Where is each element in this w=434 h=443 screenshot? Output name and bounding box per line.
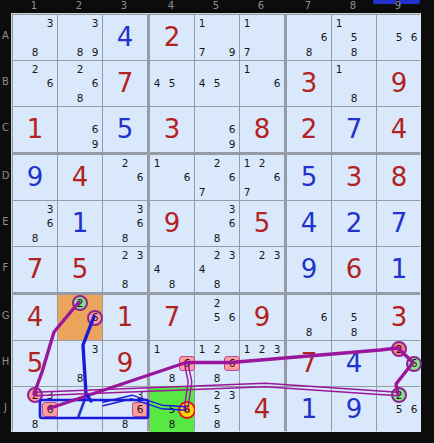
row-label-B: B xyxy=(0,76,11,88)
given-digit-D9: 8 xyxy=(377,155,421,200)
col-label-7: 7 xyxy=(286,0,330,12)
candidate-H4-6: 6 xyxy=(180,357,194,370)
cell-F5[interactable]: 2348 xyxy=(195,247,239,292)
cell-C8[interactable]: 7 xyxy=(332,107,376,152)
cell-H2[interactable]: 38 xyxy=(58,341,102,386)
candidate-H2-8: 8 xyxy=(73,372,87,385)
given-digit-D8: 3 xyxy=(332,155,376,200)
candidate-B6-1: 1 xyxy=(240,63,254,76)
row-label-A: A xyxy=(0,30,11,42)
cell-B6[interactable]: 16 xyxy=(240,61,284,106)
candidate-J9-6: 6 xyxy=(407,403,421,416)
solved-digit-C8: 7 xyxy=(332,107,376,152)
solved-digit-J7: 1 xyxy=(287,387,331,432)
candidate-J9-2: 2 xyxy=(392,389,406,402)
cell-A3[interactable]: 4 xyxy=(103,15,147,60)
candidate-A8-5: 5 xyxy=(347,31,361,44)
candidate-F3-2: 2 xyxy=(118,249,132,262)
candidate-F5-3: 3 xyxy=(225,249,239,262)
cell-G1[interactable]: 4 xyxy=(13,295,57,340)
given-digit-F2: 5 xyxy=(58,247,102,292)
given-digit-C4: 3 xyxy=(150,107,194,152)
candidate-E1-6: 6 xyxy=(43,217,57,230)
candidate-G8-5: 5 xyxy=(347,311,361,324)
candidate-G7-8: 8 xyxy=(302,326,316,339)
candidate-H6-3: 3 xyxy=(270,343,284,356)
col-label-2: 2 xyxy=(57,0,101,12)
cell-A4[interactable]: 2 xyxy=(150,15,194,60)
candidate-H5-2: 2 xyxy=(210,343,224,356)
candidate-D4-6: 6 xyxy=(180,171,194,184)
candidate-F4-8: 8 xyxy=(165,278,179,291)
candidate-D6-7: 7 xyxy=(240,186,254,199)
candidate-H6-1: 1 xyxy=(240,343,254,356)
candidate-D5-7: 7 xyxy=(195,186,209,199)
given-digit-H1: 5 xyxy=(13,341,57,386)
candidate-B2-2: 2 xyxy=(73,63,87,76)
candidate-E5-8: 8 xyxy=(210,232,224,245)
candidate-B5-4: 4 xyxy=(195,77,209,90)
cell-D1[interactable]: 9 xyxy=(13,155,57,200)
cell-G5[interactable]: 256 xyxy=(195,295,239,340)
row-label-J: J xyxy=(0,402,11,414)
candidate-A6-1: 1 xyxy=(240,17,254,30)
solved-digit-C3: 5 xyxy=(103,107,147,152)
col-label-9: 9 xyxy=(376,0,420,12)
cell-E4[interactable]: 9 xyxy=(150,201,194,246)
candidate-D5-6: 6 xyxy=(225,171,239,184)
row-label-F: F xyxy=(0,262,11,274)
cell-E2[interactable]: 1 xyxy=(58,201,102,246)
cell-B9[interactable]: 9 xyxy=(377,61,421,106)
given-digit-B7: 3 xyxy=(287,61,331,106)
cell-D7[interactable]: 5 xyxy=(287,155,331,200)
cell-E1[interactable]: 368 xyxy=(13,201,57,246)
cell-A1[interactable]: 38 xyxy=(13,15,57,60)
candidate-J4-6: 6 xyxy=(180,403,194,416)
sudoku-app: 123456789 ABCDEFGHJ 38389421791768158562… xyxy=(0,0,434,443)
cell-J9[interactable]: 256 xyxy=(377,387,421,432)
cell-G8[interactable]: 58 xyxy=(332,295,376,340)
cell-J4[interactable]: 568 xyxy=(150,387,194,432)
candidate-J5-3: 3 xyxy=(225,389,239,402)
cell-F9[interactable]: 1 xyxy=(377,247,421,292)
given-digit-J6: 4 xyxy=(240,387,284,432)
candidate-A1-8: 8 xyxy=(28,46,42,59)
candidate-E5-3: 3 xyxy=(225,203,239,216)
cell-B8[interactable]: 18 xyxy=(332,61,376,106)
candidate-E5-6: 6 xyxy=(225,217,239,230)
candidate-A2-8: 8 xyxy=(73,46,87,59)
cell-E3[interactable]: 368 xyxy=(103,201,147,246)
cell-E6[interactable]: 5 xyxy=(240,201,284,246)
candidate-J1-8: 8 xyxy=(28,418,42,431)
cell-E8[interactable]: 2 xyxy=(332,201,376,246)
candidate-H2-3: 3 xyxy=(88,343,102,356)
candidate-F5-8: 8 xyxy=(210,278,224,291)
solved-digit-H8: 4 xyxy=(332,341,376,386)
candidate-A2-3: 3 xyxy=(88,17,102,30)
given-digit-C9: 4 xyxy=(377,107,421,152)
given-digit-C6: 8 xyxy=(240,107,284,152)
candidate-B1-2: 2 xyxy=(28,63,42,76)
candidate-F6-2: 2 xyxy=(255,249,269,262)
candidate-A6-7: 7 xyxy=(240,46,254,59)
given-digit-A4: 2 xyxy=(150,15,194,60)
candidate-J1-2: 2 xyxy=(28,389,42,402)
cell-A5[interactable]: 179 xyxy=(195,15,239,60)
cell-D4[interactable]: 16 xyxy=(150,155,194,200)
candidate-C5-6: 6 xyxy=(225,123,239,136)
candidate-A5-1: 1 xyxy=(195,17,209,30)
solved-digit-E7: 4 xyxy=(287,201,331,246)
row-label-H: H xyxy=(0,356,11,368)
candidate-G5-2: 2 xyxy=(210,297,224,310)
solved-digit-D7: 5 xyxy=(287,155,331,200)
cell-D2[interactable]: 4 xyxy=(58,155,102,200)
candidate-J3-8: 8 xyxy=(118,418,132,431)
cell-B3[interactable]: 7 xyxy=(103,61,147,106)
col-label-1: 1 xyxy=(12,0,56,12)
candidate-G8-8: 8 xyxy=(347,326,361,339)
candidate-E3-8: 8 xyxy=(118,232,132,245)
cell-G9[interactable]: 3 xyxy=(377,295,421,340)
cell-B4[interactable]: 45 xyxy=(150,61,194,106)
given-digit-C7: 2 xyxy=(287,107,331,152)
candidate-C2-9: 9 xyxy=(88,138,102,151)
candidate-F3-3: 3 xyxy=(133,249,147,262)
cell-J8[interactable]: 9 xyxy=(332,387,376,432)
cell-J6[interactable]: 4 xyxy=(240,387,284,432)
given-digit-H3: 9 xyxy=(103,341,147,386)
cell-B5[interactable]: 45 xyxy=(195,61,239,106)
candidate-E3-3: 3 xyxy=(133,203,147,216)
candidate-A1-3: 3 xyxy=(43,17,57,30)
row-label-C: C xyxy=(0,122,11,134)
candidate-J5-2: 2 xyxy=(210,389,224,402)
cell-C9[interactable]: 4 xyxy=(377,107,421,152)
solved-digit-E2: 1 xyxy=(58,201,102,246)
col-label-4: 4 xyxy=(149,0,193,12)
candidate-A7-8: 8 xyxy=(302,46,316,59)
cell-A9[interactable]: 56 xyxy=(377,15,421,60)
candidate-J9-5: 5 xyxy=(392,403,406,416)
candidate-G7-6: 6 xyxy=(317,311,331,324)
cell-G2[interactable]: 26 xyxy=(58,295,102,340)
row-label-G: G xyxy=(0,310,11,322)
given-digit-F8: 6 xyxy=(332,247,376,292)
solved-digit-F9: 1 xyxy=(377,247,421,292)
cell-J3[interactable]: 368 xyxy=(103,387,147,432)
cell-B1[interactable]: 26 xyxy=(13,61,57,106)
candidate-D5-2: 2 xyxy=(210,157,224,170)
cell-G7[interactable]: 68 xyxy=(287,295,331,340)
cell-D9[interactable]: 8 xyxy=(377,155,421,200)
candidate-B1-6: 6 xyxy=(43,77,57,90)
candidate-G2-2: 2 xyxy=(73,297,87,310)
cell-C4[interactable]: 3 xyxy=(150,107,194,152)
candidate-A9-5: 5 xyxy=(392,31,406,44)
cell-A7[interactable]: 68 xyxy=(287,15,331,60)
candidate-C2-6: 6 xyxy=(88,123,102,136)
col-label-6: 6 xyxy=(239,0,283,12)
cell-H1[interactable]: 5 xyxy=(13,341,57,386)
solved-digit-J2: 7 xyxy=(58,387,102,432)
candidate-H5-6: 6 xyxy=(225,357,239,370)
cell-H3[interactable]: 9 xyxy=(103,341,147,386)
cell-B2[interactable]: 268 xyxy=(58,61,102,106)
candidate-E1-8: 8 xyxy=(28,232,42,245)
cell-D6[interactable]: 1267 xyxy=(240,155,284,200)
candidate-A5-7: 7 xyxy=(195,46,209,59)
given-digit-G6: 9 xyxy=(240,295,284,340)
cell-H6[interactable]: 123 xyxy=(240,341,284,386)
solved-digit-E9: 7 xyxy=(377,201,421,246)
row-label-E: E xyxy=(0,216,11,228)
solved-digit-E8: 2 xyxy=(332,201,376,246)
cell-D3[interactable]: 26 xyxy=(103,155,147,200)
cell-A6[interactable]: 17 xyxy=(240,15,284,60)
candidate-J5-5: 5 xyxy=(210,403,224,416)
cell-A8[interactable]: 158 xyxy=(332,15,376,60)
cell-A2[interactable]: 389 xyxy=(58,15,102,60)
candidate-F5-2: 2 xyxy=(210,249,224,262)
given-digit-G3: 1 xyxy=(103,295,147,340)
candidate-D6-2: 2 xyxy=(255,157,269,170)
candidate-F5-4: 4 xyxy=(195,263,209,276)
cell-F8[interactable]: 6 xyxy=(332,247,376,292)
cell-E5[interactable]: 368 xyxy=(195,201,239,246)
candidate-A2-9: 9 xyxy=(88,46,102,59)
cell-H5[interactable]: 1268 xyxy=(195,341,239,386)
sudoku-board: 3838942179176815856262687454516318916953… xyxy=(11,13,421,432)
col-label-8: 8 xyxy=(331,0,375,12)
cell-G6[interactable]: 9 xyxy=(240,295,284,340)
candidate-A9-6: 6 xyxy=(407,31,421,44)
cell-F4[interactable]: 48 xyxy=(150,247,194,292)
cell-J1[interactable]: 2368 xyxy=(13,387,57,432)
col-label-5: 5 xyxy=(194,0,238,12)
given-digit-C1: 1 xyxy=(13,107,57,152)
candidate-A7-6: 6 xyxy=(317,31,331,44)
given-digit-E6: 5 xyxy=(240,201,284,246)
candidate-J3-3: 3 xyxy=(133,389,147,402)
candidate-E1-3: 3 xyxy=(43,203,57,216)
given-digit-G1: 4 xyxy=(13,295,57,340)
candidate-F3-8: 8 xyxy=(118,278,132,291)
candidate-D6-1: 1 xyxy=(240,157,254,170)
cell-E7[interactable]: 4 xyxy=(287,201,331,246)
candidate-H5-8: 8 xyxy=(210,372,224,385)
cell-F3[interactable]: 238 xyxy=(103,247,147,292)
candidate-D3-6: 6 xyxy=(133,171,147,184)
cell-C2[interactable]: 69 xyxy=(58,107,102,152)
given-digit-D2: 4 xyxy=(58,155,102,200)
solved-digit-F7: 9 xyxy=(287,247,331,292)
cell-H8[interactable]: 4 xyxy=(332,341,376,386)
given-digit-E4: 9 xyxy=(150,201,194,246)
cell-B7[interactable]: 3 xyxy=(287,61,331,106)
candidate-J4-8: 8 xyxy=(165,418,179,431)
cell-F7[interactable]: 9 xyxy=(287,247,331,292)
given-digit-F1: 7 xyxy=(13,247,57,292)
given-digit-G9: 3 xyxy=(377,295,421,340)
candidate-B2-6: 6 xyxy=(88,77,102,90)
candidate-B5-5: 5 xyxy=(210,77,224,90)
cell-J5[interactable]: 2358 xyxy=(195,387,239,432)
candidate-H6-2: 2 xyxy=(255,343,269,356)
cell-C3[interactable]: 5 xyxy=(103,107,147,152)
cell-G3[interactable]: 1 xyxy=(103,295,147,340)
candidate-C5-9: 9 xyxy=(225,138,239,151)
cell-F1[interactable]: 7 xyxy=(13,247,57,292)
given-digit-H7: 7 xyxy=(287,341,331,386)
cell-F2[interactable]: 5 xyxy=(58,247,102,292)
candidate-J4-5: 5 xyxy=(165,403,179,416)
cell-D5[interactable]: 267 xyxy=(195,155,239,200)
candidate-B6-6: 6 xyxy=(270,77,284,90)
cell-C5[interactable]: 69 xyxy=(195,107,239,152)
cell-C6[interactable]: 8 xyxy=(240,107,284,152)
candidate-G2-6: 6 xyxy=(88,311,102,324)
given-digit-B9: 9 xyxy=(377,61,421,106)
solved-digit-D1: 9 xyxy=(13,155,57,200)
cell-G4[interactable]: 7 xyxy=(150,295,194,340)
candidate-B4-5: 5 xyxy=(165,77,179,90)
given-digit-B3: 7 xyxy=(103,61,147,106)
candidate-G5-6: 6 xyxy=(225,311,239,324)
candidate-A8-1: 1 xyxy=(332,17,346,30)
candidate-B8-8: 8 xyxy=(347,92,361,105)
candidate-D4-1: 1 xyxy=(150,157,164,170)
cell-C1[interactable]: 1 xyxy=(13,107,57,152)
candidate-D3-2: 2 xyxy=(118,157,132,170)
cell-H7[interactable]: 7 xyxy=(287,341,331,386)
candidate-J5-8: 8 xyxy=(210,418,224,431)
cell-F6[interactable]: 23 xyxy=(240,247,284,292)
candidate-H5-1: 1 xyxy=(195,343,209,356)
col-label-3: 3 xyxy=(102,0,146,12)
candidate-B8-1: 1 xyxy=(332,63,346,76)
cell-H9[interactable]: 26 xyxy=(377,341,421,386)
candidate-J3-6: 6 xyxy=(133,403,147,416)
candidate-H9-6: 6 xyxy=(407,357,421,370)
given-digit-G4: 7 xyxy=(150,295,194,340)
cell-J2[interactable]: 7 xyxy=(58,387,102,432)
cell-E9[interactable]: 7 xyxy=(377,201,421,246)
candidate-J1-3: 3 xyxy=(43,389,57,402)
candidate-F4-4: 4 xyxy=(150,263,164,276)
cell-D8[interactable]: 3 xyxy=(332,155,376,200)
candidate-B2-8: 8 xyxy=(73,92,87,105)
cell-C7[interactable]: 2 xyxy=(287,107,331,152)
candidate-B4-4: 4 xyxy=(150,77,164,90)
candidate-G5-5: 5 xyxy=(210,311,224,324)
candidate-E3-6: 6 xyxy=(133,217,147,230)
candidate-H4-8: 8 xyxy=(165,372,179,385)
candidate-H4-1: 1 xyxy=(150,343,164,356)
candidate-F6-3: 3 xyxy=(270,249,284,262)
solved-digit-J8: 9 xyxy=(332,387,376,432)
candidate-A5-9: 9 xyxy=(225,46,239,59)
solved-digit-A3: 4 xyxy=(103,15,147,60)
row-label-D: D xyxy=(0,170,11,182)
candidate-H9-2: 2 xyxy=(392,343,406,356)
cell-H4[interactable]: 168 xyxy=(150,341,194,386)
cell-J7[interactable]: 1 xyxy=(287,387,331,432)
candidate-A8-8: 8 xyxy=(347,46,361,59)
candidate-J1-6: 6 xyxy=(43,403,57,416)
candidate-D6-6: 6 xyxy=(270,171,284,184)
